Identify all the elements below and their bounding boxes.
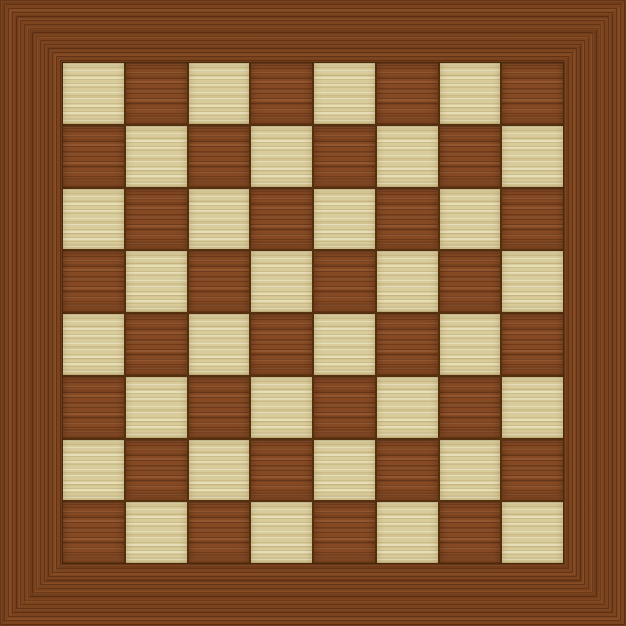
square-b7[interactable] <box>126 126 187 187</box>
chessboard <box>0 0 626 626</box>
square-g3[interactable] <box>440 377 501 438</box>
square-b5[interactable] <box>126 251 187 312</box>
square-e7[interactable] <box>314 126 375 187</box>
square-h8[interactable] <box>502 63 563 124</box>
square-h1[interactable] <box>502 502 563 563</box>
square-a1[interactable] <box>63 502 124 563</box>
square-h6[interactable] <box>502 189 563 250</box>
square-d4[interactable] <box>251 314 312 375</box>
square-a7[interactable] <box>63 126 124 187</box>
square-g8[interactable] <box>440 63 501 124</box>
square-h2[interactable] <box>502 440 563 501</box>
square-d7[interactable] <box>251 126 312 187</box>
board-frame-left-rail <box>0 0 62 626</box>
square-e6[interactable] <box>314 189 375 250</box>
square-c1[interactable] <box>189 502 250 563</box>
square-b6[interactable] <box>126 189 187 250</box>
square-e8[interactable] <box>314 63 375 124</box>
square-g2[interactable] <box>440 440 501 501</box>
square-e4[interactable] <box>314 314 375 375</box>
square-h7[interactable] <box>502 126 563 187</box>
square-b1[interactable] <box>126 502 187 563</box>
square-f3[interactable] <box>377 377 438 438</box>
square-c4[interactable] <box>189 314 250 375</box>
square-f8[interactable] <box>377 63 438 124</box>
square-c2[interactable] <box>189 440 250 501</box>
square-c8[interactable] <box>189 63 250 124</box>
square-a8[interactable] <box>63 63 124 124</box>
square-b2[interactable] <box>126 440 187 501</box>
square-c7[interactable] <box>189 126 250 187</box>
square-h3[interactable] <box>502 377 563 438</box>
square-d3[interactable] <box>251 377 312 438</box>
square-b8[interactable] <box>126 63 187 124</box>
square-b3[interactable] <box>126 377 187 438</box>
square-d6[interactable] <box>251 189 312 250</box>
square-c3[interactable] <box>189 377 250 438</box>
square-g5[interactable] <box>440 251 501 312</box>
board-frame-top-rail <box>0 0 626 62</box>
square-a2[interactable] <box>63 440 124 501</box>
square-f1[interactable] <box>377 502 438 563</box>
board-grid <box>62 62 564 564</box>
square-b4[interactable] <box>126 314 187 375</box>
square-e2[interactable] <box>314 440 375 501</box>
square-f2[interactable] <box>377 440 438 501</box>
square-f5[interactable] <box>377 251 438 312</box>
square-c6[interactable] <box>189 189 250 250</box>
square-g1[interactable] <box>440 502 501 563</box>
square-f6[interactable] <box>377 189 438 250</box>
square-h4[interactable] <box>502 314 563 375</box>
square-e1[interactable] <box>314 502 375 563</box>
square-g7[interactable] <box>440 126 501 187</box>
square-a4[interactable] <box>63 314 124 375</box>
square-f7[interactable] <box>377 126 438 187</box>
square-g6[interactable] <box>440 189 501 250</box>
square-e5[interactable] <box>314 251 375 312</box>
square-c5[interactable] <box>189 251 250 312</box>
square-a3[interactable] <box>63 377 124 438</box>
square-d2[interactable] <box>251 440 312 501</box>
square-f4[interactable] <box>377 314 438 375</box>
square-d8[interactable] <box>251 63 312 124</box>
square-a6[interactable] <box>63 189 124 250</box>
board-frame-right-rail <box>564 0 626 626</box>
square-g4[interactable] <box>440 314 501 375</box>
square-e3[interactable] <box>314 377 375 438</box>
square-a5[interactable] <box>63 251 124 312</box>
square-d1[interactable] <box>251 502 312 563</box>
board-frame-bottom-rail <box>0 564 626 626</box>
square-h5[interactable] <box>502 251 563 312</box>
square-d5[interactable] <box>251 251 312 312</box>
